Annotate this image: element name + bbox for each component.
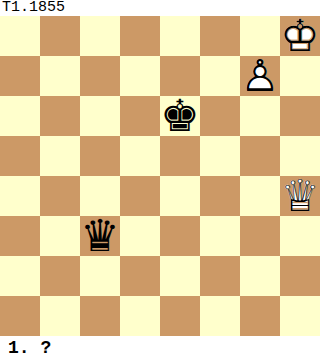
square-e5[interactable]: [160, 136, 200, 176]
square-a1[interactable]: [0, 296, 40, 336]
square-d8[interactable]: [120, 16, 160, 56]
square-b2[interactable]: [40, 256, 80, 296]
move-prompt: 1. ?: [0, 336, 320, 360]
square-a5[interactable]: [0, 136, 40, 176]
white-pawn-icon: ♙: [240, 56, 280, 96]
square-f1[interactable]: [200, 296, 240, 336]
chess-board: ♚♔♟♙♚♛♕♛: [0, 16, 320, 336]
square-e4[interactable]: [160, 176, 200, 216]
square-c2[interactable]: [80, 256, 120, 296]
square-c3[interactable]: ♛: [80, 216, 120, 256]
square-g1[interactable]: [240, 296, 280, 336]
white-king[interactable]: ♚♔: [280, 16, 320, 56]
square-d2[interactable]: [120, 256, 160, 296]
white-queen-icon: ♕: [280, 176, 320, 216]
square-h2[interactable]: [280, 256, 320, 296]
square-c8[interactable]: [80, 16, 120, 56]
square-h7[interactable]: [280, 56, 320, 96]
square-d6[interactable]: [120, 96, 160, 136]
square-a7[interactable]: [0, 56, 40, 96]
chess-trainer-window: T1.1855 ♚♔♟♙♚♛♕♛ 1. ?: [0, 0, 320, 360]
puzzle-id: T1.1855: [0, 0, 320, 16]
square-a3[interactable]: [0, 216, 40, 256]
square-e6[interactable]: ♚: [160, 96, 200, 136]
black-queen[interactable]: ♛: [80, 216, 120, 256]
black-queen-icon: ♛: [80, 216, 120, 256]
square-c7[interactable]: [80, 56, 120, 96]
square-b6[interactable]: [40, 96, 80, 136]
square-g3[interactable]: [240, 216, 280, 256]
square-e3[interactable]: [160, 216, 200, 256]
square-h3[interactable]: [280, 216, 320, 256]
square-f6[interactable]: [200, 96, 240, 136]
square-g2[interactable]: [240, 256, 280, 296]
square-f2[interactable]: [200, 256, 240, 296]
white-king-icon: ♔: [280, 16, 320, 56]
square-h6[interactable]: [280, 96, 320, 136]
square-g6[interactable]: [240, 96, 280, 136]
square-a6[interactable]: [0, 96, 40, 136]
square-f5[interactable]: [200, 136, 240, 176]
square-g4[interactable]: [240, 176, 280, 216]
square-f7[interactable]: [200, 56, 240, 96]
square-g5[interactable]: [240, 136, 280, 176]
square-d3[interactable]: [120, 216, 160, 256]
square-e8[interactable]: [160, 16, 200, 56]
white-queen[interactable]: ♛♕: [280, 176, 320, 216]
square-c6[interactable]: [80, 96, 120, 136]
square-h1[interactable]: [280, 296, 320, 336]
square-a2[interactable]: [0, 256, 40, 296]
square-a8[interactable]: [0, 16, 40, 56]
square-c5[interactable]: [80, 136, 120, 176]
square-d5[interactable]: [120, 136, 160, 176]
white-pawn[interactable]: ♟♙: [240, 56, 280, 96]
square-h4[interactable]: ♛♕: [280, 176, 320, 216]
black-king[interactable]: ♚: [160, 96, 200, 136]
square-b1[interactable]: [40, 296, 80, 336]
square-f4[interactable]: [200, 176, 240, 216]
square-b8[interactable]: [40, 16, 80, 56]
square-f8[interactable]: [200, 16, 240, 56]
square-g7[interactable]: ♟♙: [240, 56, 280, 96]
square-h8[interactable]: ♚♔: [280, 16, 320, 56]
square-f3[interactable]: [200, 216, 240, 256]
square-d4[interactable]: [120, 176, 160, 216]
square-b3[interactable]: [40, 216, 80, 256]
square-b4[interactable]: [40, 176, 80, 216]
square-b5[interactable]: [40, 136, 80, 176]
square-e1[interactable]: [160, 296, 200, 336]
black-king-icon: ♚: [160, 96, 200, 136]
square-d1[interactable]: [120, 296, 160, 336]
square-c1[interactable]: [80, 296, 120, 336]
square-b7[interactable]: [40, 56, 80, 96]
square-d7[interactable]: [120, 56, 160, 96]
square-e2[interactable]: [160, 256, 200, 296]
square-a4[interactable]: [0, 176, 40, 216]
